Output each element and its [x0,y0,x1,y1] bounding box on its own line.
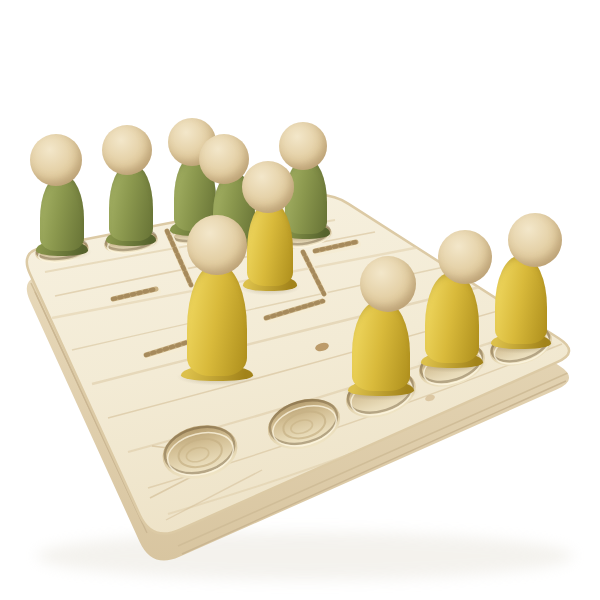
peg-body-yellow [495,256,547,344]
peg-green-1[interactable] [38,134,86,256]
peg-head-natural-wood [508,213,562,267]
peg-head-natural-wood [187,215,247,275]
peg-body-green [40,175,84,251]
peg-body-yellow [187,264,248,376]
peg-head-natural-wood [242,161,294,213]
peg-yellow-5[interactable] [493,213,549,349]
peg-body-yellow [425,273,478,363]
peg-head-natural-wood [199,134,249,184]
peg-body-yellow [247,202,293,286]
peg-yellow-2[interactable] [184,215,250,381]
board-ground-shadow [37,532,573,580]
peg-head-natural-wood [30,134,82,186]
product-photo-stage [0,0,600,600]
peg-head-natural-wood [438,230,492,284]
peg-head-natural-wood [102,125,152,175]
peg-yellow-3[interactable] [350,256,412,396]
peg-yellow-4[interactable] [423,230,481,368]
peg-head-natural-wood [360,256,416,312]
peg-yellow-1[interactable] [245,161,295,291]
peg-body-yellow [352,301,409,391]
peg-green-2[interactable] [108,125,155,246]
peg-body-green [109,164,152,241]
